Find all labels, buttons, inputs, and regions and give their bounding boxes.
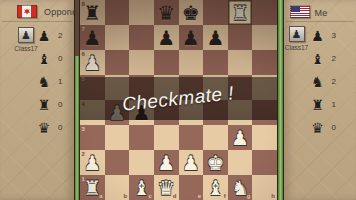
me-name: Me <box>315 8 328 18</box>
square-e2[interactable]: ♟ <box>179 150 204 175</box>
square-b8[interactable] <box>105 0 130 25</box>
canada-flag-icon <box>17 5 37 18</box>
me-captured-knight-count: 2 <box>332 77 336 86</box>
opponent-captured-rook-row: ♜0 <box>36 93 62 116</box>
file-label-b: b <box>124 193 128 199</box>
pawn-icon: ♟ <box>310 29 326 43</box>
square-f7[interactable]: ♟ <box>203 25 228 50</box>
bishop-icon: ♝ <box>310 52 326 66</box>
piece-black-queen-d8: ♛ <box>154 0 179 25</box>
piece-white-bishop-f1: ♝ <box>203 175 228 200</box>
square-c2[interactable] <box>129 150 154 175</box>
rank-label-3: 3 <box>82 126 85 132</box>
time-bar-remaining <box>278 0 283 200</box>
checkmate-banner: Checkmate ! <box>80 77 277 120</box>
me-captured-queen-count: 0 <box>332 123 336 132</box>
square-a6[interactable]: 6♟ <box>80 50 105 75</box>
square-d6[interactable] <box>154 50 179 75</box>
square-g3[interactable]: ♟ <box>228 125 253 150</box>
square-c3[interactable] <box>129 125 154 150</box>
piece-white-rook-a1: ♜ <box>80 175 105 200</box>
square-h3[interactable] <box>252 125 277 150</box>
square-g2[interactable] <box>228 150 253 175</box>
rook-icon: ♜ <box>36 98 52 112</box>
square-a1[interactable]: 1a♜ <box>80 175 105 200</box>
square-h2[interactable] <box>252 150 277 175</box>
me-captured-bishop-count: 2 <box>332 54 336 63</box>
square-g8[interactable]: ♜ <box>228 0 253 25</box>
knight-icon: ♞ <box>36 75 52 89</box>
opponent-captured-pawn-count: 2 <box>58 31 62 40</box>
me-captured-bishop-row: ♝2 <box>310 47 336 70</box>
piece-white-pawn-g3: ♟ <box>228 125 253 150</box>
square-g1[interactable]: g♞ <box>228 175 253 200</box>
square-c6[interactable] <box>129 50 154 75</box>
bishop-icon: ♝ <box>36 52 52 66</box>
square-c7[interactable] <box>129 25 154 50</box>
me-captured-pawn-row: ♟3 <box>310 24 336 47</box>
square-g7[interactable] <box>228 25 253 50</box>
checkmate-text: Checkmate ! <box>122 82 236 116</box>
piece-black-king-e8: ♚ <box>179 0 204 25</box>
me-panel: Me ♟ Class17 ♟3♝2♞2♜1♛0 <box>284 0 356 200</box>
opponent-captured-bishop-row: ♝0 <box>36 47 62 70</box>
time-bar-elapsed <box>75 0 79 56</box>
square-e6[interactable] <box>179 50 204 75</box>
usa-flag-icon <box>290 5 310 18</box>
square-a7[interactable]: 7♟ <box>80 25 105 50</box>
me-captured-pawn-count: 3 <box>332 31 336 40</box>
opponent-captured-bishop-count: 0 <box>58 54 62 63</box>
square-e1[interactable]: e <box>179 175 204 200</box>
file-label-h: h <box>271 193 275 199</box>
panel-divider <box>2 21 72 22</box>
square-d1[interactable]: d♛ <box>154 175 179 200</box>
me-captured-rook-row: ♜1 <box>310 93 336 116</box>
square-g6[interactable] <box>228 50 253 75</box>
piece-white-king-f2: ♚ <box>203 150 228 175</box>
usa-canton <box>291 6 300 12</box>
opponent-captured-rook-count: 0 <box>58 100 62 109</box>
square-f3[interactable] <box>203 125 228 150</box>
square-a8[interactable]: 8♜ <box>80 0 105 25</box>
opponent-captures-list: ♟2♝0♞1♜0♛0 <box>36 24 62 139</box>
square-h6[interactable] <box>252 50 277 75</box>
me-avatar[interactable]: ♟ <box>289 26 305 42</box>
me-captured-knight-row: ♞2 <box>310 70 336 93</box>
square-a2[interactable]: 2♟ <box>80 150 105 175</box>
maple-leaf-icon <box>24 8 31 15</box>
me-rating-class: Class17 <box>282 44 312 51</box>
square-h8[interactable] <box>252 0 277 25</box>
panel-divider <box>286 21 355 22</box>
piece-black-pawn-f7: ♟ <box>203 25 228 50</box>
square-d3[interactable] <box>154 125 179 150</box>
square-e8[interactable]: ♚ <box>179 0 204 25</box>
square-c1[interactable]: c♝ <box>129 175 154 200</box>
me-time-bar <box>277 0 284 200</box>
piece-black-pawn-d7: ♟ <box>154 25 179 50</box>
me-captured-queen-row: ♛0 <box>310 116 336 139</box>
piece-white-pawn-e2: ♟ <box>179 150 204 175</box>
opponent-captured-pawn-row: ♟2 <box>36 24 62 47</box>
square-h7[interactable] <box>252 25 277 50</box>
rook-icon: ♜ <box>310 98 326 112</box>
square-h1[interactable]: h <box>252 175 277 200</box>
queen-icon: ♛ <box>310 121 326 135</box>
file-label-e: e <box>198 193 201 199</box>
opponent-panel: Opponent ♟ Class17 ♟2♝0♞1♜0♛0 <box>0 0 74 200</box>
square-c8[interactable] <box>129 0 154 25</box>
square-d7[interactable]: ♟ <box>154 25 179 50</box>
piece-white-pawn-d2: ♟ <box>154 150 179 175</box>
square-a3[interactable]: 3 <box>80 125 105 150</box>
opponent-captured-knight-row: ♞1 <box>36 70 62 93</box>
square-b1[interactable]: b <box>105 175 130 200</box>
opponent-avatar[interactable]: ♟ <box>18 27 34 43</box>
me-captured-rook-count: 1 <box>332 100 336 109</box>
pawn-icon: ♟ <box>36 29 52 43</box>
opponent-captured-queen-row: ♛0 <box>36 116 62 139</box>
queen-icon: ♛ <box>36 121 52 135</box>
piece-white-knight-g1: ♞ <box>228 175 253 200</box>
piece-white-bishop-c1: ♝ <box>129 175 154 200</box>
square-b7[interactable] <box>105 25 130 50</box>
piece-black-pawn-a7: ♟ <box>80 25 105 50</box>
square-b6[interactable] <box>105 50 130 75</box>
piece-white-pawn-a2: ♟ <box>80 150 105 175</box>
square-f2[interactable]: ♚ <box>203 150 228 175</box>
piece-black-rook-a8: ♜ <box>80 0 105 25</box>
square-e3[interactable] <box>179 125 204 150</box>
square-f6[interactable] <box>203 50 228 75</box>
me-captures-list: ♟3♝2♞2♜1♛0 <box>310 24 336 139</box>
knight-icon: ♞ <box>310 75 326 89</box>
square-b2[interactable] <box>105 150 130 175</box>
chess-app-window: Opponent ♟ Class17 ♟2♝0♞1♜0♛0 Me ♟ Class… <box>0 0 356 200</box>
square-f1[interactable]: f♝ <box>203 175 228 200</box>
opponent-captured-knight-count: 1 <box>58 77 62 86</box>
piece-white-queen-d1: ♛ <box>154 175 179 200</box>
square-d2[interactable]: ♟ <box>154 150 179 175</box>
piece-white-pawn-a6: ♟ <box>80 50 105 75</box>
square-b3[interactable] <box>105 125 130 150</box>
opponent-captured-queen-count: 0 <box>58 123 62 132</box>
square-f8[interactable] <box>203 0 228 25</box>
square-d8[interactable]: ♛ <box>154 0 179 25</box>
piece-white-rook-g8: ♜ <box>228 0 253 25</box>
time-bar-remaining <box>75 56 79 200</box>
piece-black-pawn-e7: ♟ <box>179 25 204 50</box>
square-e7[interactable]: ♟ <box>179 25 204 50</box>
